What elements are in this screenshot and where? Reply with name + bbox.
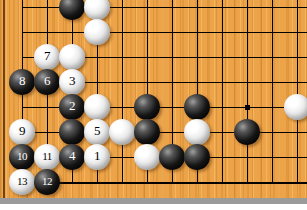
stone-white-move-7: 7 xyxy=(34,44,60,70)
stone-black-move-6: 6 xyxy=(34,69,60,95)
stone-white xyxy=(284,94,307,120)
move-number: 10 xyxy=(17,143,27,169)
stone-white xyxy=(59,44,85,70)
stone-white xyxy=(84,0,110,20)
stone-black-move-2: 2 xyxy=(59,94,85,120)
stone-white xyxy=(84,19,110,45)
go-diagram: 78632951011411312 xyxy=(0,0,307,210)
move-number: 8 xyxy=(19,68,25,94)
stone-black xyxy=(184,94,210,120)
stone-black-move-10: 10 xyxy=(9,144,35,170)
stone-white-move-11: 11 xyxy=(34,144,60,170)
stone-white xyxy=(134,144,160,170)
stone-white xyxy=(184,119,210,145)
stone-black-move-12: 12 xyxy=(34,169,60,195)
move-number: 11 xyxy=(42,143,52,169)
stone-black-move-8: 8 xyxy=(9,69,35,95)
stone-white-move-3: 3 xyxy=(59,69,85,95)
stone-black xyxy=(159,144,185,170)
stone-black xyxy=(134,119,160,145)
stone-white-move-5: 5 xyxy=(84,119,110,145)
stone-white-move-13: 13 xyxy=(9,169,35,195)
stone-white-move-1: 1 xyxy=(84,144,110,170)
move-number: 2 xyxy=(69,93,75,119)
stone-black xyxy=(59,0,85,20)
move-number: 12 xyxy=(42,168,52,194)
stone-black-move-4: 4 xyxy=(59,144,85,170)
stone-black xyxy=(234,119,260,145)
stone-black xyxy=(59,119,85,145)
move-number: 9 xyxy=(19,118,25,144)
move-number: 5 xyxy=(94,118,100,144)
stone-white xyxy=(109,119,135,145)
board-front-shadow xyxy=(0,198,307,204)
stone-white-move-9: 9 xyxy=(9,119,35,145)
grid-line-horizontal xyxy=(22,32,307,33)
grid-line-horizontal xyxy=(22,182,307,184)
move-number: 4 xyxy=(69,143,75,169)
stone-black xyxy=(184,144,210,170)
stone-black xyxy=(134,94,160,120)
board-left-edge-line xyxy=(3,0,5,198)
move-number: 3 xyxy=(69,68,75,94)
move-number: 13 xyxy=(17,168,27,194)
move-number: 1 xyxy=(94,143,100,169)
move-number: 7 xyxy=(44,43,50,69)
move-number: 6 xyxy=(44,68,50,94)
star-point xyxy=(245,105,250,110)
go-board[interactable]: 78632951011411312 xyxy=(0,0,307,198)
stone-white xyxy=(84,94,110,120)
